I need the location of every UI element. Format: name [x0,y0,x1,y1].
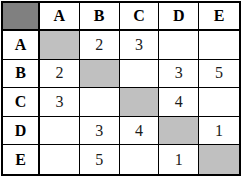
diagonal-cell-d [159,117,199,146]
diagonal-cell-a [40,31,80,60]
cell-b-e: 5 [199,60,239,89]
col-header-d: D [159,3,199,31]
row-header-c: C [3,88,40,117]
cell-a-b: 2 [80,31,120,60]
corner-cell [3,3,40,31]
cell-e-d: 1 [159,145,199,174]
cell-d-b: 3 [80,117,120,146]
col-header-e: E [199,3,239,31]
cell-e-b: 5 [80,145,120,174]
cell-a-c: 3 [120,31,160,60]
cell-c-b [80,88,120,117]
cell-d-e: 1 [199,117,239,146]
cell-a-d [159,31,199,60]
distance-table: ABCDEA23B235C34D341E51 [1,1,241,176]
row-header-b: B [3,60,40,89]
cell-c-a: 3 [40,88,80,117]
cell-e-c [120,145,160,174]
cell-b-a: 2 [40,60,80,89]
diagonal-cell-b [80,60,120,89]
cell-c-d: 4 [159,88,199,117]
row-header-a: A [3,31,40,60]
col-header-a: A [40,3,80,31]
diagonal-cell-c [120,88,160,117]
cell-d-c: 4 [120,117,160,146]
col-header-c: C [120,3,160,31]
cell-e-a [40,145,80,174]
col-header-b: B [80,3,120,31]
row-header-d: D [3,117,40,146]
cell-b-d: 3 [159,60,199,89]
cell-c-e [199,88,239,117]
cell-a-e [199,31,239,60]
cell-b-c [120,60,160,89]
cell-d-a [40,117,80,146]
diagonal-cell-e [199,145,239,174]
page: ABCDEA23B235C34D341E51 [0,0,242,178]
row-header-e: E [3,145,40,174]
